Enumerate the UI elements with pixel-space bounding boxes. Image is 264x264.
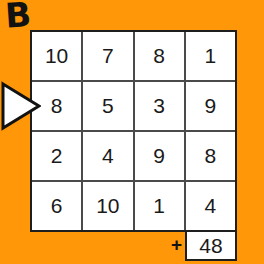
row-pointer-arrow-icon: [1, 81, 41, 131]
grid-cell-r2c2[interactable]: 9: [135, 132, 184, 180]
grid-cell-r1c1[interactable]: 5: [83, 82, 132, 130]
grid-cell-r1c3[interactable]: 9: [186, 82, 235, 130]
number-grid: 10 7 8 1 8 5 3 9 2 4 9 8 6 10 1 4: [30, 30, 237, 232]
grid-cell-r0c3[interactable]: 1: [186, 32, 235, 80]
grid-cell-r3c3[interactable]: 4: [186, 182, 235, 230]
target-sum-box: 48: [185, 230, 237, 261]
grid-cell-r1c2[interactable]: 3: [135, 82, 184, 130]
grid-cell-r0c0[interactable]: 10: [32, 32, 81, 80]
grid-cell-r0c2[interactable]: 8: [135, 32, 184, 80]
target-sum-value: 48: [199, 234, 222, 258]
grid-cell-r3c2[interactable]: 1: [135, 182, 184, 230]
grid-cell-r2c1[interactable]: 4: [83, 132, 132, 180]
grid-cell-r2c0[interactable]: 2: [32, 132, 81, 180]
grid-cell-r2c3[interactable]: 8: [186, 132, 235, 180]
puzzle-label: B: [4, 0, 33, 33]
grid-cell-r3c0[interactable]: 6: [32, 182, 81, 230]
puzzle-canvas: B 10 7 8 1 8 5 3 9 2 4 9 8 6 10 1 4 + 48: [0, 0, 264, 264]
grid-cell-r3c1[interactable]: 10: [83, 182, 132, 230]
grid-cell-r0c1[interactable]: 7: [83, 32, 132, 80]
plus-operator: +: [160, 231, 182, 259]
